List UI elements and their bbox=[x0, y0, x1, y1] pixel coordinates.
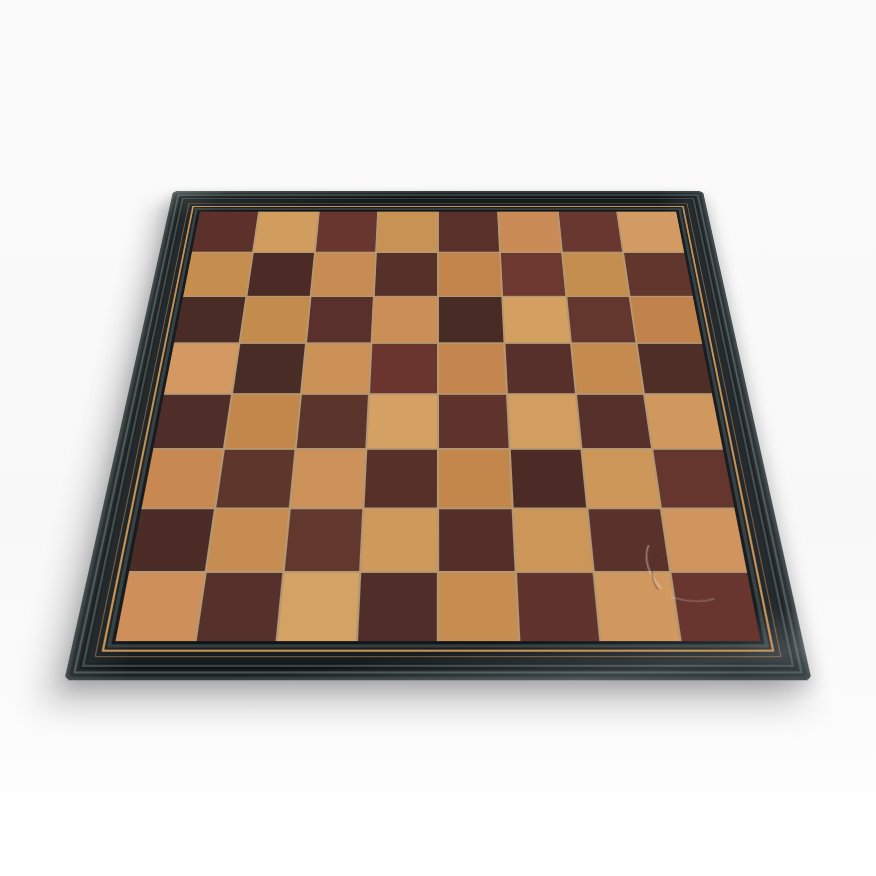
square-b6[interactable] bbox=[240, 297, 309, 343]
square-h6[interactable] bbox=[631, 297, 702, 343]
square-f8[interactable] bbox=[499, 212, 561, 252]
square-b5[interactable] bbox=[233, 344, 305, 393]
square-c1[interactable] bbox=[277, 573, 359, 641]
square-c8[interactable] bbox=[315, 212, 377, 252]
square-f4[interactable] bbox=[508, 395, 580, 448]
square-b3[interactable] bbox=[216, 450, 294, 507]
square-b4[interactable] bbox=[225, 395, 300, 448]
square-g4[interactable] bbox=[577, 395, 652, 448]
square-d1[interactable] bbox=[358, 573, 437, 641]
square-a4[interactable] bbox=[153, 395, 230, 448]
square-f1[interactable] bbox=[517, 573, 599, 641]
square-g5[interactable] bbox=[572, 344, 644, 393]
square-e3[interactable] bbox=[439, 450, 511, 507]
square-c4[interactable] bbox=[296, 395, 368, 448]
square-d7[interactable] bbox=[375, 253, 437, 296]
square-e1[interactable] bbox=[439, 573, 518, 641]
square-e4[interactable] bbox=[439, 395, 508, 448]
square-f3[interactable] bbox=[511, 450, 586, 507]
square-g3[interactable] bbox=[582, 450, 660, 507]
square-c6[interactable] bbox=[307, 297, 374, 343]
square-a6[interactable] bbox=[174, 297, 245, 343]
square-f5[interactable] bbox=[505, 344, 574, 393]
square-d8[interactable] bbox=[377, 212, 437, 252]
square-h2[interactable] bbox=[662, 509, 747, 571]
square-d5[interactable] bbox=[370, 344, 437, 393]
square-c3[interactable] bbox=[290, 450, 365, 507]
square-f2[interactable] bbox=[513, 509, 591, 571]
square-a8[interactable] bbox=[192, 212, 258, 252]
square-a5[interactable] bbox=[164, 344, 238, 393]
square-a2[interactable] bbox=[129, 509, 214, 571]
chessboard-grid bbox=[115, 212, 760, 642]
square-g2[interactable] bbox=[588, 509, 669, 571]
square-d4[interactable] bbox=[368, 395, 437, 448]
square-d6[interactable] bbox=[373, 297, 437, 343]
square-h3[interactable] bbox=[654, 450, 735, 507]
square-h8[interactable] bbox=[618, 212, 684, 252]
square-f7[interactable] bbox=[501, 253, 565, 296]
square-g7[interactable] bbox=[562, 253, 628, 296]
square-g6[interactable] bbox=[567, 297, 636, 343]
square-e8[interactable] bbox=[439, 212, 499, 252]
square-h7[interactable] bbox=[624, 253, 692, 296]
square-d2[interactable] bbox=[362, 509, 437, 571]
square-d3[interactable] bbox=[365, 450, 437, 507]
square-e5[interactable] bbox=[439, 344, 506, 393]
square-f6[interactable] bbox=[503, 297, 570, 343]
square-h1[interactable] bbox=[672, 573, 761, 641]
square-c5[interactable] bbox=[302, 344, 371, 393]
square-a3[interactable] bbox=[142, 450, 223, 507]
square-b8[interactable] bbox=[254, 212, 318, 252]
square-b2[interactable] bbox=[207, 509, 288, 571]
square-c7[interactable] bbox=[311, 253, 375, 296]
chessboard-photo bbox=[64, 191, 811, 680]
square-h4[interactable] bbox=[645, 395, 722, 448]
photo-background bbox=[0, 0, 876, 876]
square-a1[interactable] bbox=[115, 573, 204, 641]
square-e7[interactable] bbox=[439, 253, 501, 296]
square-c2[interactable] bbox=[284, 509, 362, 571]
square-g1[interactable] bbox=[594, 573, 679, 641]
square-h5[interactable] bbox=[638, 344, 712, 393]
square-e6[interactable] bbox=[439, 297, 503, 343]
square-e2[interactable] bbox=[439, 509, 514, 571]
square-g8[interactable] bbox=[558, 212, 622, 252]
square-a7[interactable] bbox=[183, 253, 251, 296]
square-b7[interactable] bbox=[247, 253, 313, 296]
square-b1[interactable] bbox=[196, 573, 281, 641]
